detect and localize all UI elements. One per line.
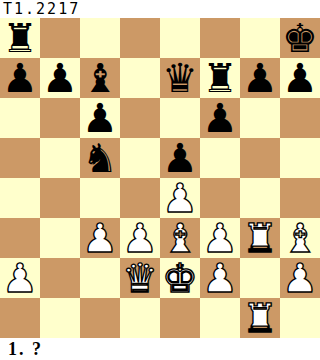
square-a6[interactable] (0, 98, 40, 138)
chess-board: ♜♚♟♟♝♛♜♟♟♟♟♞♟♟♟♟♝♟♜♝♟♛♚♟♟♜ (0, 18, 320, 338)
square-a4[interactable] (0, 178, 40, 218)
black-king-piece[interactable]: ♚ (282, 18, 318, 58)
square-f7[interactable]: ♜ (200, 58, 240, 98)
square-a1[interactable] (0, 298, 40, 338)
square-e1[interactable] (160, 298, 200, 338)
black-pawn-piece[interactable]: ♟ (242, 58, 278, 98)
chess-puzzle-screen: T1.2217 ♜♚♟♟♝♛♜♟♟♟♟♞♟♟♟♟♝♟♜♝♟♛♚♟♟♜ 1. ? (0, 0, 320, 360)
square-g2[interactable] (240, 258, 280, 298)
square-h3[interactable]: ♝ (280, 218, 320, 258)
square-c5[interactable]: ♞ (80, 138, 120, 178)
black-knight-piece[interactable]: ♞ (82, 138, 118, 178)
square-c8[interactable] (80, 18, 120, 58)
square-e4[interactable]: ♟ (160, 178, 200, 218)
square-h5[interactable] (280, 138, 320, 178)
square-b7[interactable]: ♟ (40, 58, 80, 98)
white-pawn-piece[interactable]: ♟ (82, 218, 118, 258)
square-b5[interactable] (40, 138, 80, 178)
square-c2[interactable] (80, 258, 120, 298)
square-c4[interactable] (80, 178, 120, 218)
white-pawn-piece[interactable]: ♟ (202, 218, 238, 258)
square-g4[interactable] (240, 178, 280, 218)
square-c1[interactable] (80, 298, 120, 338)
square-e2[interactable]: ♚ (160, 258, 200, 298)
square-d3[interactable]: ♟ (120, 218, 160, 258)
square-b1[interactable] (40, 298, 80, 338)
square-g6[interactable] (240, 98, 280, 138)
black-pawn-piece[interactable]: ♟ (82, 98, 118, 138)
white-pawn-piece[interactable]: ♟ (162, 178, 198, 218)
square-d1[interactable] (120, 298, 160, 338)
move-prompt-label: 1. ? (8, 338, 43, 360)
black-queen-piece[interactable]: ♛ (162, 58, 198, 98)
white-pawn-piece[interactable]: ♟ (122, 218, 158, 258)
square-f5[interactable] (200, 138, 240, 178)
black-pawn-piece[interactable]: ♟ (162, 138, 198, 178)
square-f8[interactable] (200, 18, 240, 58)
square-g7[interactable]: ♟ (240, 58, 280, 98)
white-pawn-piece[interactable]: ♟ (282, 258, 318, 298)
square-g3[interactable]: ♜ (240, 218, 280, 258)
square-c7[interactable]: ♝ (80, 58, 120, 98)
square-h1[interactable] (280, 298, 320, 338)
square-c3[interactable]: ♟ (80, 218, 120, 258)
square-a5[interactable] (0, 138, 40, 178)
square-b8[interactable] (40, 18, 80, 58)
square-b3[interactable] (40, 218, 80, 258)
white-rook-piece[interactable]: ♜ (242, 298, 278, 338)
white-bishop-piece[interactable]: ♝ (282, 218, 318, 258)
square-h7[interactable]: ♟ (280, 58, 320, 98)
white-queen-piece[interactable]: ♛ (122, 258, 158, 298)
white-pawn-piece[interactable]: ♟ (2, 258, 38, 298)
black-rook-piece[interactable]: ♜ (202, 58, 238, 98)
square-h4[interactable] (280, 178, 320, 218)
square-d6[interactable] (120, 98, 160, 138)
square-h6[interactable] (280, 98, 320, 138)
white-king-piece[interactable]: ♚ (162, 258, 198, 298)
square-d4[interactable] (120, 178, 160, 218)
square-d5[interactable] (120, 138, 160, 178)
square-d2[interactable]: ♛ (120, 258, 160, 298)
square-b2[interactable] (40, 258, 80, 298)
square-f2[interactable]: ♟ (200, 258, 240, 298)
square-e6[interactable] (160, 98, 200, 138)
square-d7[interactable] (120, 58, 160, 98)
square-d8[interactable] (120, 18, 160, 58)
square-f4[interactable] (200, 178, 240, 218)
square-b6[interactable] (40, 98, 80, 138)
black-pawn-piece[interactable]: ♟ (202, 98, 238, 138)
square-e3[interactable]: ♝ (160, 218, 200, 258)
black-pawn-piece[interactable]: ♟ (282, 58, 318, 98)
square-e7[interactable]: ♛ (160, 58, 200, 98)
square-f1[interactable] (200, 298, 240, 338)
square-a2[interactable]: ♟ (0, 258, 40, 298)
square-a7[interactable]: ♟ (0, 58, 40, 98)
square-h8[interactable]: ♚ (280, 18, 320, 58)
white-bishop-piece[interactable]: ♝ (162, 218, 198, 258)
square-e8[interactable] (160, 18, 200, 58)
square-b4[interactable] (40, 178, 80, 218)
square-f6[interactable]: ♟ (200, 98, 240, 138)
square-g8[interactable] (240, 18, 280, 58)
black-pawn-piece[interactable]: ♟ (42, 58, 78, 98)
black-rook-piece[interactable]: ♜ (2, 18, 38, 58)
square-a8[interactable]: ♜ (0, 18, 40, 58)
square-c6[interactable]: ♟ (80, 98, 120, 138)
square-h2[interactable]: ♟ (280, 258, 320, 298)
square-f3[interactable]: ♟ (200, 218, 240, 258)
black-bishop-piece[interactable]: ♝ (82, 58, 118, 98)
square-g5[interactable] (240, 138, 280, 178)
black-pawn-piece[interactable]: ♟ (2, 58, 38, 98)
square-a3[interactable] (0, 218, 40, 258)
white-rook-piece[interactable]: ♜ (242, 218, 278, 258)
white-pawn-piece[interactable]: ♟ (202, 258, 238, 298)
square-e5[interactable]: ♟ (160, 138, 200, 178)
square-g1[interactable]: ♜ (240, 298, 280, 338)
